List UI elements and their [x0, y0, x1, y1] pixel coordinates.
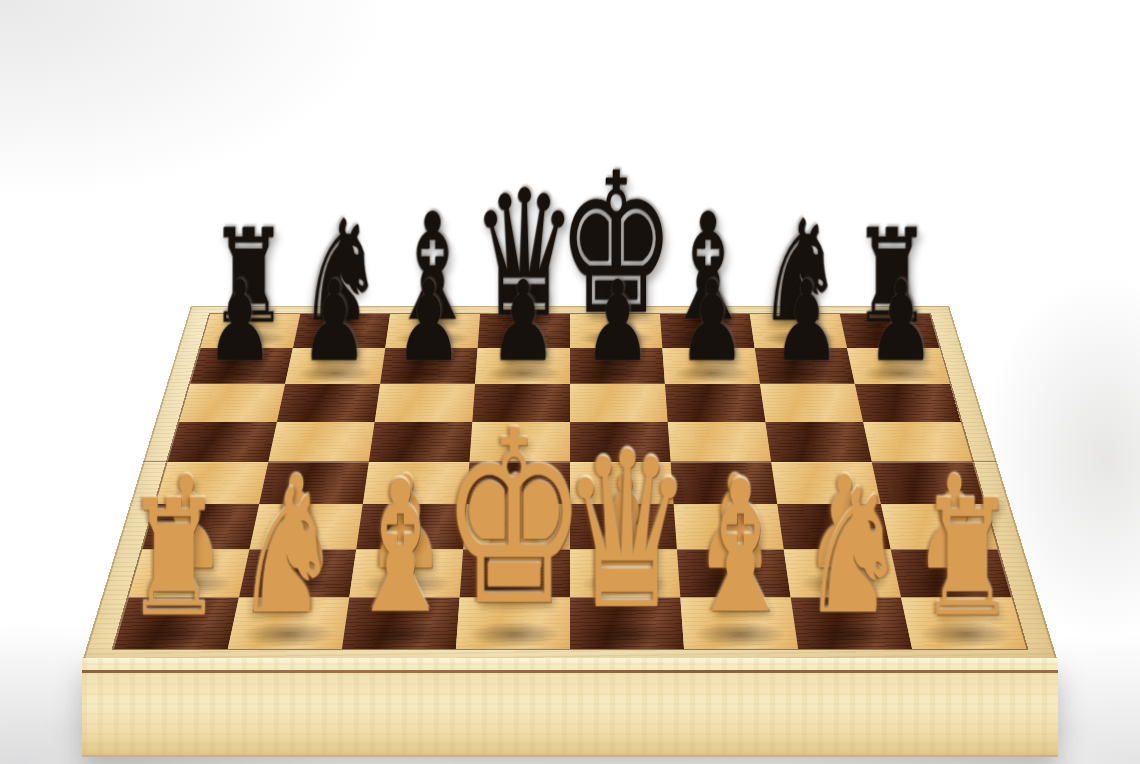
- black-pawn-d7: ♟: [489, 266, 557, 377]
- black-pawn-a7: ♟: [206, 266, 274, 377]
- square-h1: ♜: [901, 598, 1026, 649]
- white-knight-b1: ♞: [234, 466, 339, 638]
- square-g6: [760, 384, 863, 422]
- square-b7: ♟: [285, 348, 385, 384]
- white-knight-g1: ♞: [801, 466, 906, 638]
- board-frame: ♜♞♝♛♚♝♞♜♟♟♟♟♟♟♟♟♟♟♟♟♟♟♟♟♜♞♝♚♛♝♞♜: [82, 306, 1058, 662]
- square-f7: ♟: [662, 348, 760, 384]
- square-h6: [855, 384, 961, 422]
- board-tilt: ♜♞♝♛♚♝♞♜♟♟♟♟♟♟♟♟♟♟♟♟♟♟♟♟♜♞♝♚♛♝♞♜: [82, 306, 1058, 662]
- square-d1: ♚: [456, 598, 570, 649]
- black-pawn-c7: ♟: [395, 266, 463, 377]
- box-front-face: [82, 658, 1058, 757]
- square-g1: ♞: [791, 598, 912, 649]
- square-g7: ♟: [755, 348, 855, 384]
- black-pawn-e7: ♟: [583, 266, 651, 377]
- white-bishop-c1: ♝: [344, 457, 455, 639]
- white-bishop-f1: ♝: [684, 457, 795, 639]
- white-rook-a1: ♜: [125, 479, 223, 639]
- scene: ♜♞♝♛♚♝♞♜♟♟♟♟♟♟♟♟♟♟♟♟♟♟♟♟♜♞♝♚♛♝♞♜: [0, 0, 1140, 764]
- square-b1: ♞: [228, 598, 349, 649]
- square-a7: ♟: [190, 348, 293, 384]
- white-queen-e1: ♛: [561, 423, 692, 639]
- square-h7: ♟: [847, 348, 950, 384]
- box-lid-seam-line: [82, 670, 1058, 673]
- black-pawn-g7: ♟: [772, 266, 840, 377]
- square-a6: [179, 384, 285, 422]
- square-f1: ♝: [680, 598, 798, 649]
- board-perspective: ♜♞♝♛♚♝♞♜♟♟♟♟♟♟♟♟♟♟♟♟♟♟♟♟♜♞♝♚♛♝♞♜: [82, 0, 1058, 662]
- white-rook-h1: ♜: [918, 479, 1016, 639]
- square-a1: ♜: [114, 598, 239, 649]
- black-pawn-h7: ♟: [867, 266, 935, 377]
- square-e1: ♛: [570, 598, 684, 649]
- square-b6: [277, 384, 380, 422]
- black-pawn-b7: ♟: [300, 266, 368, 377]
- board-grid: ♜♞♝♛♚♝♞♜♟♟♟♟♟♟♟♟♟♟♟♟♟♟♟♟♜♞♝♚♛♝♞♜: [114, 314, 1026, 649]
- black-pawn-f7: ♟: [678, 266, 746, 377]
